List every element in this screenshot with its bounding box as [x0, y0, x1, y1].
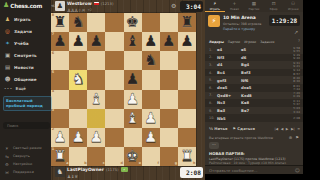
opponent-action-icons: ⊕⚑	[289, 135, 299, 140]
square-d1[interactable]: d	[105, 147, 123, 166]
footer-item-label: Свернуть	[13, 154, 30, 158]
bottom-player-bar: ♞ LastPlayOwner (1175) ⚡ ♟♝♛ 2:08	[51, 166, 205, 180]
piece-white-pawn: ♟	[142, 109, 160, 128]
move-number: 2.	[209, 55, 217, 59]
rank-label: 4	[52, 90, 54, 93]
white-move[interactable]: Be3	[217, 108, 241, 113]
opponent-info-text: Вы впервые играете против Westbrow	[209, 136, 273, 140]
offer-draw-button[interactable]: ½ Ничья	[209, 126, 228, 131]
move-number: 6.	[209, 86, 217, 90]
file-label: b	[84, 162, 86, 165]
more-label: Ещё	[16, 86, 26, 91]
move-times: 5:033:04	[265, 107, 300, 113]
move-row: 3.d4Bg49:319:21	[205, 61, 303, 69]
move-number: 4.	[209, 71, 217, 75]
report-flag-icon[interactable]: ⚑	[295, 135, 299, 140]
square-c3[interactable]	[87, 109, 105, 128]
square-c5[interactable]	[87, 70, 105, 89]
move-row: 2.Nf3d69:499:40	[205, 54, 303, 62]
square-c6[interactable]	[87, 51, 105, 70]
square-d5[interactable]	[105, 70, 123, 89]
tab-icon: +	[232, 1, 236, 6]
square-f2[interactable]: ♟	[142, 128, 160, 147]
square-e6[interactable]	[124, 51, 142, 70]
move-times: 7:206:49	[265, 92, 300, 98]
sidebar-footer-support[interactable]: ✉Поддержка	[0, 168, 51, 176]
move-times: 8:468:30	[265, 77, 300, 83]
panel-tab-новая[interactable]: +Новая	[225, 0, 245, 12]
square-a3[interactable]: 3	[51, 109, 69, 128]
subtab-партии[interactable]: Партии	[228, 40, 240, 44]
nav-back-icon[interactable]: ◀	[281, 127, 284, 131]
nav-first-icon[interactable]: |◀	[274, 127, 278, 131]
sidebar: ♟ Chess.com ♟Играть◎Задачи✦Учёба▣Смотрет…	[0, 0, 51, 180]
square-f1[interactable]: f	[142, 147, 160, 166]
square-e7[interactable]: ♝	[124, 32, 142, 51]
tournament-title: 10 Min Arena	[223, 15, 256, 20]
piece-white-king: ♚	[124, 147, 142, 166]
square-g4[interactable]	[160, 90, 178, 109]
screen: ♟ Chess.com ♟Играть◎Задачи✦Учёба▣Смотрет…	[0, 0, 320, 180]
resign-button[interactable]: ⚑ Сдаться	[233, 126, 255, 131]
square-h6[interactable]	[178, 51, 196, 70]
game-controls: ½ Ничья ⚑ Сдаться |◀ ◀ ▶ ▶| ≡	[205, 124, 303, 133]
square-b2[interactable]: ♟	[69, 128, 87, 147]
piece-white-rook: ♜	[178, 147, 196, 166]
panel-subtabs: ЛидерыПартииИгрокиЗадания?	[205, 39, 303, 45]
square-d6[interactable]	[105, 51, 123, 70]
piece-black-bishop: ♝	[124, 32, 142, 51]
watch-icon: ▣	[4, 52, 11, 59]
piece-white-pawn: ♟	[51, 128, 69, 147]
square-c7[interactable]: ♟	[87, 32, 105, 51]
tab-label: Новая	[230, 7, 239, 11]
square-g2[interactable]	[160, 128, 178, 147]
free-trial-button[interactable]: Бесплатный пробный период	[3, 96, 52, 111]
tournament-standings-link[interactable]: Перейти к турниру	[223, 27, 255, 31]
black-move[interactable]: Kxd8	[241, 93, 265, 98]
square-b7[interactable]: ♟	[69, 32, 87, 51]
bottom-player-name[interactable]: LastPlayOwner	[67, 167, 104, 172]
square-e3[interactable]: ♝	[124, 109, 142, 128]
move-number: 3.	[209, 63, 217, 67]
white-move[interactable]: e4	[217, 47, 241, 52]
move-row: 6.dxe5dxe58:017:44	[205, 84, 303, 92]
move-row: 5.gxf3Nf68:468:30	[205, 76, 303, 84]
tab-icon: ▦	[252, 1, 256, 6]
top-player-country-flag	[94, 2, 99, 6]
piece-white-knight: ♞	[69, 70, 87, 89]
move-number: 1.	[209, 48, 217, 52]
top-player-avatar[interactable]: ♟	[55, 1, 65, 11]
move-number: 5.	[209, 78, 217, 82]
rank-label: 6	[52, 52, 54, 55]
panel-tab-игроки[interactable]: ⚇Игроки	[283, 0, 303, 12]
collapse-icon: ⇆	[4, 154, 10, 159]
square-b5[interactable]: ♞	[69, 70, 87, 89]
nav-forward-icon[interactable]: ▶	[286, 127, 289, 131]
square-e4[interactable]: ♟	[124, 90, 142, 109]
square-a2[interactable]: 2♟	[51, 128, 69, 147]
square-b6[interactable]	[69, 51, 87, 70]
sidebar-item-more[interactable]: ••• Ещё	[4, 86, 26, 91]
move-times: 2:08	[265, 117, 300, 120]
square-d7[interactable]	[105, 32, 123, 51]
sidebar-item-label: Новости	[14, 65, 34, 70]
subtab-задания[interactable]: Задания	[260, 40, 274, 44]
panel-tabs: ⚡Играть+Новая▦Партии⊡Эфир⚇Игроки	[205, 0, 303, 12]
black-time: 3:04	[293, 111, 300, 114]
white-move[interactable]: gxf3	[217, 78, 241, 83]
arena-streak-badge: ⚡	[121, 167, 128, 172]
rank-label: 3	[52, 109, 54, 112]
rank-label: 5	[52, 71, 54, 74]
piece-white-pawn: ♟	[142, 128, 160, 147]
emoji-icon[interactable]: ☺	[295, 167, 300, 173]
add-friend-icon[interactable]: ⊕	[289, 135, 293, 140]
black-move[interactable]: Ke8	[241, 100, 265, 105]
subtab-игроки[interactable]: Игроки	[244, 40, 256, 44]
black-move[interactable]: Nf6	[241, 78, 265, 83]
sidebar-item-pawn[interactable]: ♟Играть	[0, 13, 51, 25]
support-icon: ✉	[4, 170, 10, 175]
captured-glyphs: ♙♙♙♘♕	[67, 8, 85, 13]
bottom-player-avatar[interactable]: ♞	[55, 167, 65, 177]
square-d4[interactable]	[105, 90, 123, 109]
square-c8[interactable]	[87, 13, 105, 32]
piece-black-pawn: ♟	[51, 32, 69, 51]
square-g5[interactable]	[160, 70, 178, 89]
square-e8[interactable]: ♚	[124, 13, 142, 32]
white-move[interactable]: Bc4	[217, 70, 241, 75]
square-h7[interactable]: ♟	[178, 32, 196, 51]
move-row: 4.Bc4Bxf39:148:57	[205, 69, 303, 77]
subtab-лидеры[interactable]: Лидеры	[209, 40, 224, 44]
sidebar-item-social[interactable]: ☻Общение	[0, 73, 51, 85]
move-times: 8:017:44	[265, 85, 300, 91]
piece-white-pawn: ♟	[69, 128, 87, 147]
square-h1[interactable]: h♜	[178, 147, 196, 166]
square-e5[interactable]: ♟	[124, 70, 142, 89]
square-d3[interactable]	[105, 109, 123, 128]
move-row: 8.Nc3Ke86:115:37	[205, 99, 303, 107]
tab-label: Игроки	[288, 7, 299, 11]
sidebar-item-label: Задачи	[14, 29, 32, 34]
game-panel: ⚡Играть+Новая▦Партии⊡Эфир⚇Игроки ⚡ 10 Mi…	[205, 0, 303, 174]
piece-black-pawn: ♟	[178, 32, 196, 51]
square-a5[interactable]: 5	[51, 70, 69, 89]
sidebar-item-label: Общение	[14, 77, 37, 82]
square-f4[interactable]	[142, 90, 160, 109]
square-h2[interactable]	[178, 128, 196, 147]
chat-bubble-icon[interactable]: ···	[209, 142, 219, 149]
move-list: 1.e4e59:589:552.Nf3d69:499:403.d4Bg49:31…	[205, 46, 303, 122]
square-b4[interactable]	[69, 90, 87, 109]
black-time: 8:30	[293, 80, 300, 83]
sidebar-footer-light-mode[interactable]: ☀Светлый режим	[0, 144, 51, 152]
tab-icon: ⚇	[291, 1, 295, 6]
tournament-lightning-icon: ⚡	[208, 15, 220, 27]
panel-tab-партии[interactable]: ▦Партии	[244, 0, 264, 12]
move-number: 7.	[209, 93, 217, 97]
black-move[interactable]: Bxf3	[241, 70, 265, 75]
square-g1[interactable]: g	[160, 147, 178, 166]
piece-white-bishop: ♝	[124, 109, 142, 128]
puzzles-target-icon: ◎	[4, 28, 11, 35]
sidebar-item-label: Учёба	[14, 41, 29, 46]
chess-board: 8♜♞♚♜7♟♟♟♝♟♟♟6♞5♞♟4♝♟3♝♟2♟♟♟♟1a♜bcde♚fgh…	[51, 13, 196, 166]
piece-black-pawn: ♟	[87, 32, 105, 51]
top-player-bar: ≪ ♟ Westbrow (1213) ♙♙♙♘♕ +2 ⚙ 3:04	[51, 0, 205, 13]
footer-item-label: Настройки	[13, 162, 32, 166]
square-b8[interactable]: ♞	[69, 13, 87, 32]
panel-tab-эфир[interactable]: ⊡Эфир	[264, 0, 284, 12]
square-g6[interactable]	[160, 51, 178, 70]
logo-text: Chess.com	[10, 3, 42, 9]
square-g3[interactable]	[160, 109, 178, 128]
square-g8[interactable]	[160, 13, 178, 32]
black-move[interactable]: dxe5	[241, 85, 265, 90]
sidebar-item-lessons[interactable]: ✦Учёба	[0, 37, 51, 49]
white-move[interactable]: dxe5	[217, 85, 241, 90]
black-move[interactable]: e5	[241, 47, 265, 52]
logo[interactable]: ♟ Chess.com	[3, 2, 42, 9]
move-row: 7.Qxd8+Kxd87:206:49	[205, 92, 303, 100]
tournament-subtitle: Осталось: 398 игроков	[223, 22, 261, 26]
square-d2[interactable]	[105, 128, 123, 147]
square-d8[interactable]	[105, 13, 123, 32]
white-time: 2:08	[293, 117, 300, 120]
sidebar-menu: ♟Играть◎Задачи✦Учёба▣Смотреть▤Новости☻Об…	[0, 13, 51, 85]
move-times: 6:115:37	[265, 100, 300, 106]
move-times: 9:499:40	[265, 54, 300, 60]
sidebar-footer: ☀Светлый режим⇆Свернуть⚙Настройки✉Поддер…	[0, 144, 51, 176]
chat-messages: НОВАЯ ПАРТИЯ: LastPlayOwner (1175) проти…	[209, 151, 299, 165]
menu-icon[interactable]: ≡	[297, 127, 300, 131]
square-h5[interactable]	[178, 70, 196, 89]
piece-white-pawn: ♟	[124, 90, 142, 109]
lessons-icon: ✦	[4, 40, 11, 47]
move-number: 9.	[209, 109, 217, 113]
move-number: 8.	[209, 101, 217, 105]
top-player-clock: 3:04	[180, 1, 203, 12]
settings-icon: ⚙	[4, 162, 10, 167]
square-g7[interactable]: ♟	[160, 32, 178, 51]
logo-pawn-icon: ♟	[3, 2, 9, 9]
black-move[interactable]: d6	[241, 55, 265, 60]
tab-icon: ⚡	[213, 1, 216, 6]
square-h4[interactable]	[178, 90, 196, 109]
file-label: d	[120, 162, 122, 165]
top-player-captured-pieces: ♙♙♙♘♕ +2	[67, 8, 92, 13]
move-times: 9:589:55	[265, 47, 300, 53]
piece-black-pawn: ♟	[124, 70, 142, 89]
square-a6[interactable]: 6	[51, 51, 69, 70]
square-a7[interactable]: 7♟	[51, 32, 69, 51]
move-row: 9.Be3Be75:033:04	[205, 107, 303, 115]
bottom-player-clock: 2:08	[180, 167, 203, 178]
square-c2[interactable]: ♟	[87, 128, 105, 147]
tab-label: Партии	[249, 7, 260, 11]
tab-label: Играть	[210, 7, 220, 11]
opponent-info-line: Вы впервые играете против Westbrow ⊕⚑	[209, 135, 299, 140]
square-b1[interactable]: b	[69, 147, 87, 166]
sidebar-item-news[interactable]: ▤Новости	[0, 61, 51, 73]
black-move[interactable]: Bg4	[241, 62, 265, 67]
sidebar-item-watch[interactable]: ▣Смотреть	[0, 49, 51, 61]
tournament-card: ⚡ 10 Min Arena Осталось: 398 игроков Пер…	[205, 13, 303, 38]
square-e1[interactable]: e♚	[124, 147, 142, 166]
bottom-player-captured-pieces: ♟♝♛	[67, 174, 78, 179]
sidebar-footer-collapse[interactable]: ⇆Свернуть	[0, 152, 51, 160]
white-move[interactable]: d4	[217, 62, 241, 67]
search-input[interactable]	[3, 122, 50, 129]
piece-black-pawn: ♟	[69, 32, 87, 51]
white-move[interactable]: Nf3	[217, 55, 241, 60]
piece-white-pawn: ♟	[87, 128, 105, 147]
sidebar-item-label: Смотреть	[14, 53, 37, 58]
pawn-icon: ♟	[4, 16, 11, 23]
sidebar-footer-settings[interactable]: ⚙Настройки	[0, 160, 51, 168]
board-settings-gear-icon[interactable]: ⚙	[171, 2, 176, 9]
square-b3[interactable]	[69, 109, 87, 128]
share-icon[interactable]: ↗	[294, 29, 298, 35]
square-c4[interactable]: ♝	[87, 90, 105, 109]
chat-message-input[interactable]	[209, 168, 293, 173]
piece-black-king: ♚	[124, 13, 142, 32]
square-f8[interactable]	[142, 13, 160, 32]
move-times: 9:148:57	[265, 69, 300, 75]
social-icon: ☻	[4, 76, 11, 83]
file-label: g	[175, 162, 177, 165]
screen-edge-right	[303, 0, 320, 180]
piece-black-rook: ♜	[178, 13, 196, 32]
tab-icon: ⊡	[272, 1, 276, 6]
square-f7[interactable]: ♟	[142, 32, 160, 51]
piece-black-knight: ♞	[69, 13, 87, 32]
piece-white-bishop: ♝	[87, 90, 105, 109]
white-move[interactable]: Qxd8+	[217, 93, 241, 98]
sidebar-item-label: Играть	[14, 17, 31, 22]
light-mode-icon: ☀	[4, 146, 10, 151]
bottom-player-rating: (1175)	[106, 167, 119, 172]
square-f5[interactable]	[142, 70, 160, 89]
chat-system-header: НОВАЯ ПАРТИЯ:	[209, 151, 299, 156]
white-move[interactable]: Nb5	[217, 116, 241, 121]
help-icon[interactable]: ?	[298, 39, 300, 43]
sidebar-item-puzzles-target[interactable]: ◎Задачи	[0, 25, 51, 37]
piece-white-rook: ♜	[51, 147, 69, 166]
square-a4[interactable]: 4	[51, 90, 69, 109]
material-score: +2	[87, 8, 91, 13]
square-f6[interactable]: ♞	[142, 51, 160, 70]
footer-item-label: Поддержка	[13, 170, 34, 174]
square-a8[interactable]: 8♜	[51, 13, 69, 32]
square-c1[interactable]: c	[87, 147, 105, 166]
app-window: ♟ Chess.com ♟Играть◎Задачи✦Учёба▣Смотрет…	[0, 0, 303, 180]
nav-last-icon[interactable]: ▶|	[291, 127, 295, 131]
captured-glyphs: ♟♝♛	[67, 174, 78, 179]
square-a1[interactable]: 1a♜	[51, 147, 69, 166]
screen-edge-bottom	[205, 174, 303, 180]
move-row: 10.Nb52:08	[205, 114, 303, 122]
tab-label: Эфир	[270, 7, 278, 11]
chat-input-bar: ☺	[205, 165, 303, 174]
square-f3[interactable]: ♟	[142, 109, 160, 128]
black-move[interactable]: Be7	[241, 108, 265, 113]
move-row: 1.e4e59:589:55	[205, 46, 303, 54]
move-times: 9:319:21	[265, 62, 300, 68]
panel-tab-играть[interactable]: ⚡Играть	[205, 0, 225, 12]
square-e2[interactable]	[124, 128, 142, 147]
white-move[interactable]: Nc3	[217, 100, 241, 105]
top-player-rating: (1213)	[101, 1, 114, 6]
piece-black-pawn: ♟	[160, 32, 178, 51]
move-number: 10.	[209, 116, 217, 120]
tournament-timer: 1:29:28	[269, 15, 300, 26]
piece-black-knight: ♞	[142, 51, 160, 70]
file-label: c	[103, 162, 105, 165]
piece-black-rook: ♜	[51, 13, 69, 32]
square-h3[interactable]	[178, 109, 196, 128]
news-icon: ▤	[4, 64, 11, 71]
footer-item-label: Светлый режим	[13, 146, 42, 150]
top-player-name[interactable]: Westbrow	[67, 1, 92, 6]
more-icon: •••	[4, 86, 13, 91]
move-nav: |◀ ◀ ▶ ▶| ≡	[274, 127, 300, 131]
board-area: ≪ ♟ Westbrow (1213) ♙♙♙♘♕ +2 ⚙ 3:04 8♜♞♚…	[51, 0, 205, 180]
piece-black-pawn: ♟	[142, 32, 160, 51]
square-h8[interactable]: ♜	[178, 13, 196, 32]
